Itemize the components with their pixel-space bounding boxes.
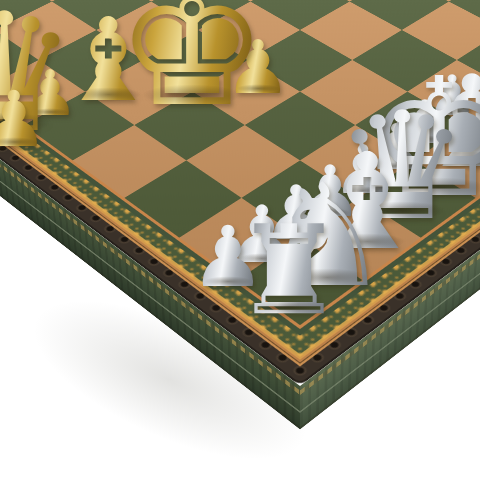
pieces-layer: ♛♟♟♝♚♟♟♟♟♟♟♟♟♟♜♞♝♛♚♝ (0, 0, 480, 480)
rook-glyph: ♜ (234, 209, 344, 332)
king-glyph: ♚ (116, 0, 268, 130)
chess-set-photo: ♛♟♟♝♚♟♟♟♟♟♟♟♟♟♜♞♝♛♚♝ (0, 0, 480, 480)
pawn-glyph: ♟ (0, 81, 49, 158)
